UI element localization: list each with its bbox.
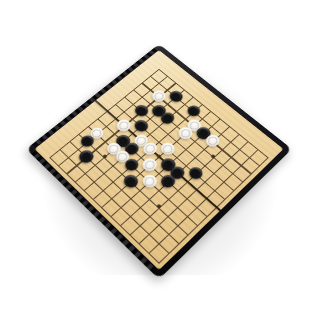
white-stone: ○ [140, 172, 160, 190]
hoshi-point [156, 204, 162, 209]
black-stone: ● [77, 148, 96, 165]
hoshi-point [211, 154, 217, 159]
white-stone: ○ [140, 156, 159, 173]
black-stone: ● [132, 103, 150, 119]
black-stone: ● [121, 172, 141, 190]
black-stone: ● [167, 89, 185, 104]
black-stone: ● [185, 103, 203, 119]
black-stone: ● [132, 117, 151, 133]
hoshi-point [102, 154, 108, 159]
white-stone: ○ [158, 140, 177, 157]
product-photo-scene: ●●○○●○●●○●●○●○○○●●●●○●○○○●○●●● [0, 0, 320, 320]
white-stone: ○ [150, 89, 168, 104]
black-stone: ● [186, 164, 206, 181]
